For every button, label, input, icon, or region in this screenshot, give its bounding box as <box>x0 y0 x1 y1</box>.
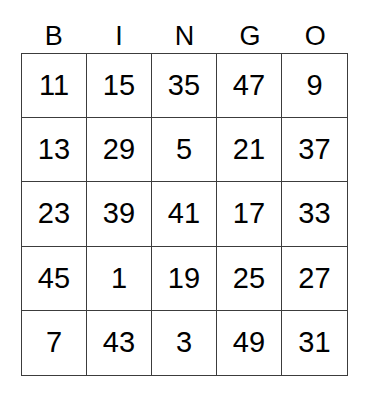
bingo-card: B I N G O 11 15 35 47 9 13 29 5 21 37 23… <box>0 0 368 400</box>
bingo-cell-r2c2[interactable]: 29 <box>87 118 152 182</box>
bingo-header: B I N G O <box>21 22 348 50</box>
column-letter-i: I <box>86 22 151 50</box>
bingo-cell-r1c1[interactable]: 11 <box>22 54 87 118</box>
bingo-cell-r2c4[interactable]: 21 <box>217 118 282 182</box>
column-letter-b: B <box>21 22 86 50</box>
column-letter-o: O <box>283 22 348 50</box>
bingo-cell-r1c2[interactable]: 15 <box>87 54 152 118</box>
column-letter-g: G <box>217 22 282 50</box>
bingo-cell-r3c1[interactable]: 23 <box>22 182 87 246</box>
bingo-cell-r3c4[interactable]: 17 <box>217 182 282 246</box>
bingo-cell-r5c3[interactable]: 3 <box>152 311 217 375</box>
bingo-cell-r5c5[interactable]: 31 <box>282 311 347 375</box>
bingo-cell-r5c2[interactable]: 43 <box>87 311 152 375</box>
bingo-cell-r5c4[interactable]: 49 <box>217 311 282 375</box>
bingo-cell-r4c3[interactable]: 19 <box>152 247 217 311</box>
bingo-cell-r2c5[interactable]: 37 <box>282 118 347 182</box>
bingo-cell-r4c5[interactable]: 27 <box>282 247 347 311</box>
bingo-cell-r4c1[interactable]: 45 <box>22 247 87 311</box>
bingo-cell-r5c1[interactable]: 7 <box>22 311 87 375</box>
bingo-cell-r1c3[interactable]: 35 <box>152 54 217 118</box>
bingo-board: 11 15 35 47 9 13 29 5 21 37 23 39 41 17 … <box>21 53 348 376</box>
bingo-cell-r2c3[interactable]: 5 <box>152 118 217 182</box>
bingo-cell-r1c5[interactable]: 9 <box>282 54 347 118</box>
bingo-cell-r1c4[interactable]: 47 <box>217 54 282 118</box>
bingo-cell-r3c3[interactable]: 41 <box>152 182 217 246</box>
bingo-cell-r3c2[interactable]: 39 <box>87 182 152 246</box>
column-letter-n: N <box>152 22 217 50</box>
bingo-cell-r4c4[interactable]: 25 <box>217 247 282 311</box>
bingo-cell-r3c5[interactable]: 33 <box>282 182 347 246</box>
bingo-cell-r4c2[interactable]: 1 <box>87 247 152 311</box>
bingo-cell-r2c1[interactable]: 13 <box>22 118 87 182</box>
